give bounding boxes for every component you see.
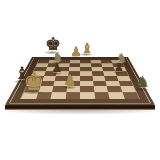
white-pawn-icon: ♟ bbox=[63, 73, 76, 88]
white-bishop-icon: ♝ bbox=[81, 41, 94, 55]
square-d1[interactable] bbox=[65, 92, 80, 99]
square-c1[interactable] bbox=[50, 92, 66, 99]
white-pawn-icon: ♟ bbox=[70, 45, 82, 58]
square-f1[interactable] bbox=[94, 92, 110, 99]
chess-set-photo: ♚♟♝♞♟♞♟♝♚♟♞ bbox=[0, 0, 160, 160]
square-e1[interactable] bbox=[80, 92, 95, 99]
board-front-edge bbox=[5, 105, 155, 110]
black-knight-icon: ♞ bbox=[136, 75, 149, 90]
black-pawn-icon: ♟ bbox=[52, 62, 63, 74]
white-king-icon: ♚ bbox=[24, 70, 45, 93]
black-pawn-icon: ♟ bbox=[114, 62, 124, 73]
square-h1[interactable] bbox=[122, 92, 139, 99]
